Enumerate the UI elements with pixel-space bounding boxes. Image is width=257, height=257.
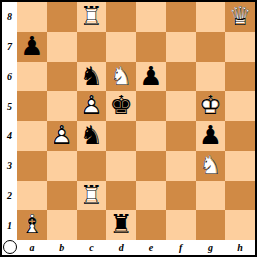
square-e8[interactable] <box>136 2 166 32</box>
white-rook: ♜♖ <box>80 181 103 211</box>
square-c3[interactable] <box>77 151 107 181</box>
black-pawn: ♟ <box>20 32 43 62</box>
square-e1[interactable] <box>136 210 166 240</box>
square-b2[interactable] <box>47 181 77 211</box>
black-king: ♚ <box>109 91 132 121</box>
chess-board-area: 87654321abcdefgh♜♖♛♕♟♞♞♘♟♟♙♚♚♔♟♙♞♟♞♘♜♖♝♗… <box>2 2 255 255</box>
black-knight: ♞ <box>80 62 103 92</box>
square-f4[interactable] <box>166 121 196 151</box>
side-to-move-indicator <box>3 240 17 254</box>
square-a3[interactable] <box>17 151 47 181</box>
square-e6[interactable]: ♟ <box>136 62 166 92</box>
square-g4[interactable]: ♟ <box>196 121 226 151</box>
file-label-d: d <box>106 240 136 255</box>
white-king: ♚♔ <box>199 91 222 121</box>
square-b4[interactable]: ♟♙ <box>47 121 77 151</box>
file-label-h: h <box>225 240 255 255</box>
square-c8[interactable]: ♜♖ <box>77 2 107 32</box>
square-f7[interactable] <box>166 32 196 62</box>
rank-label-7: 7 <box>2 32 17 62</box>
white-knight: ♞♘ <box>109 62 132 92</box>
square-a4[interactable] <box>17 121 47 151</box>
square-e3[interactable] <box>136 151 166 181</box>
square-e5[interactable] <box>136 91 166 121</box>
white-queen: ♛♕ <box>228 2 251 32</box>
square-g7[interactable] <box>196 32 226 62</box>
square-f6[interactable] <box>166 62 196 92</box>
square-g8[interactable] <box>196 2 226 32</box>
rank-label-5: 5 <box>2 91 17 121</box>
square-f5[interactable] <box>166 91 196 121</box>
square-a1[interactable]: ♝♗ <box>17 210 47 240</box>
file-label-b: b <box>47 240 77 255</box>
square-b6[interactable] <box>47 62 77 92</box>
square-h6[interactable] <box>225 62 255 92</box>
square-d7[interactable] <box>106 32 136 62</box>
rank-label-3: 3 <box>2 151 17 181</box>
square-c4[interactable]: ♞ <box>77 121 107 151</box>
square-g5[interactable]: ♚♔ <box>196 91 226 121</box>
file-label-g: g <box>196 240 226 255</box>
rank-label-2: 2 <box>2 181 17 211</box>
square-b8[interactable] <box>47 2 77 32</box>
white-rook: ♜♖ <box>80 2 103 32</box>
white-knight: ♞♘ <box>199 151 222 181</box>
file-label-e: e <box>136 240 166 255</box>
square-d8[interactable] <box>106 2 136 32</box>
square-h8[interactable]: ♛♕ <box>225 2 255 32</box>
square-h2[interactable] <box>225 181 255 211</box>
square-a7[interactable]: ♟ <box>17 32 47 62</box>
file-label-f: f <box>166 240 196 255</box>
square-h4[interactable] <box>225 121 255 151</box>
square-d1[interactable]: ♜ <box>106 210 136 240</box>
square-d3[interactable] <box>106 151 136 181</box>
square-e4[interactable] <box>136 121 166 151</box>
square-f1[interactable] <box>166 210 196 240</box>
square-d6[interactable]: ♞♘ <box>106 62 136 92</box>
square-g6[interactable] <box>196 62 226 92</box>
square-g1[interactable] <box>196 210 226 240</box>
square-g3[interactable]: ♞♘ <box>196 151 226 181</box>
rank-label-6: 6 <box>2 62 17 92</box>
square-f3[interactable] <box>166 151 196 181</box>
square-a8[interactable] <box>17 2 47 32</box>
rank-label-8: 8 <box>2 2 17 32</box>
white-bishop: ♝♗ <box>20 210 43 240</box>
square-e7[interactable] <box>136 32 166 62</box>
square-g2[interactable] <box>196 181 226 211</box>
rank-label-4: 4 <box>2 121 17 151</box>
chess-diagram: 87654321abcdefgh♜♖♛♕♟♞♞♘♟♟♙♚♚♔♟♙♞♟♞♘♜♖♝♗… <box>0 0 257 257</box>
rank-label-1: 1 <box>2 210 17 240</box>
white-pawn: ♟♙ <box>80 91 103 121</box>
square-f2[interactable] <box>166 181 196 211</box>
square-h7[interactable] <box>225 32 255 62</box>
square-d5[interactable]: ♚ <box>106 91 136 121</box>
square-c7[interactable] <box>77 32 107 62</box>
black-pawn: ♟ <box>199 121 222 151</box>
white-pawn: ♟♙ <box>50 121 73 151</box>
square-c1[interactable] <box>77 210 107 240</box>
square-a2[interactable] <box>17 181 47 211</box>
square-b1[interactable] <box>47 210 77 240</box>
square-c6[interactable]: ♞ <box>77 62 107 92</box>
square-c2[interactable]: ♜♖ <box>77 181 107 211</box>
square-a5[interactable] <box>17 91 47 121</box>
square-f8[interactable] <box>166 2 196 32</box>
file-label-c: c <box>77 240 107 255</box>
square-a6[interactable] <box>17 62 47 92</box>
square-h1[interactable] <box>225 210 255 240</box>
square-b7[interactable] <box>47 32 77 62</box>
black-rook: ♜ <box>109 210 132 240</box>
square-d4[interactable] <box>106 121 136 151</box>
file-label-a: a <box>17 240 47 255</box>
black-knight: ♞ <box>80 121 103 151</box>
square-b5[interactable] <box>47 91 77 121</box>
square-h5[interactable] <box>225 91 255 121</box>
square-h3[interactable] <box>225 151 255 181</box>
square-b3[interactable] <box>47 151 77 181</box>
square-d2[interactable] <box>106 181 136 211</box>
square-e2[interactable] <box>136 181 166 211</box>
square-c5[interactable]: ♟♙ <box>77 91 107 121</box>
black-pawn: ♟ <box>139 62 162 92</box>
